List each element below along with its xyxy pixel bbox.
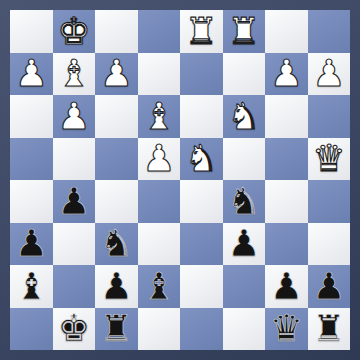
square-e1[interactable] bbox=[180, 308, 223, 351]
piece-black-pawn[interactable]: ♟ bbox=[227, 225, 260, 262]
square-c6[interactable] bbox=[95, 95, 138, 138]
square-g7[interactable]: ♟ bbox=[265, 53, 308, 96]
square-b7[interactable]: ♝ bbox=[53, 53, 96, 96]
piece-white-bishop[interactable]: ♝ bbox=[57, 55, 90, 92]
square-c7[interactable]: ♟ bbox=[95, 53, 138, 96]
square-a1[interactable] bbox=[10, 308, 53, 351]
square-f6[interactable]: ♞ bbox=[223, 95, 266, 138]
square-h7[interactable]: ♟ bbox=[308, 53, 351, 96]
square-e7[interactable] bbox=[180, 53, 223, 96]
piece-white-pawn[interactable]: ♟ bbox=[312, 55, 345, 92]
square-b4[interactable]: ♟ bbox=[53, 180, 96, 223]
square-h4[interactable] bbox=[308, 180, 351, 223]
piece-black-pawn[interactable]: ♟ bbox=[57, 183, 90, 220]
square-d2[interactable]: ♝ bbox=[138, 265, 181, 308]
square-a4[interactable] bbox=[10, 180, 53, 223]
piece-white-queen[interactable]: ♛ bbox=[312, 140, 345, 177]
square-a5[interactable] bbox=[10, 138, 53, 181]
piece-white-pawn[interactable]: ♟ bbox=[100, 55, 133, 92]
piece-black-bishop[interactable]: ♝ bbox=[142, 268, 175, 305]
square-b2[interactable] bbox=[53, 265, 96, 308]
square-c8[interactable] bbox=[95, 10, 138, 53]
piece-white-knight[interactable]: ♞ bbox=[227, 98, 260, 135]
piece-black-rook[interactable]: ♜ bbox=[312, 310, 345, 347]
square-d5[interactable]: ♟ bbox=[138, 138, 181, 181]
square-g5[interactable] bbox=[265, 138, 308, 181]
square-h8[interactable] bbox=[308, 10, 351, 53]
square-d6[interactable]: ♝ bbox=[138, 95, 181, 138]
square-a6[interactable] bbox=[10, 95, 53, 138]
piece-white-pawn[interactable]: ♟ bbox=[270, 55, 303, 92]
piece-white-knight[interactable]: ♞ bbox=[185, 140, 218, 177]
square-b8[interactable]: ♚ bbox=[53, 10, 96, 53]
square-e3[interactable] bbox=[180, 223, 223, 266]
piece-black-knight[interactable]: ♞ bbox=[100, 225, 133, 262]
square-f5[interactable] bbox=[223, 138, 266, 181]
square-a2[interactable]: ♝ bbox=[10, 265, 53, 308]
square-g4[interactable] bbox=[265, 180, 308, 223]
piece-black-pawn[interactable]: ♟ bbox=[270, 268, 303, 305]
piece-white-pawn[interactable]: ♟ bbox=[57, 98, 90, 135]
square-c1[interactable]: ♜ bbox=[95, 308, 138, 351]
square-e2[interactable] bbox=[180, 265, 223, 308]
board-frame: ♚♜♜♟♝♟♟♟♟♝♞♟♞♛♟♞♟♞♟♝♟♝♟♟♚♜♛♜ bbox=[0, 0, 360, 360]
piece-white-pawn[interactable]: ♟ bbox=[15, 55, 48, 92]
square-g3[interactable] bbox=[265, 223, 308, 266]
piece-white-king[interactable]: ♚ bbox=[57, 13, 90, 50]
square-h5[interactable]: ♛ bbox=[308, 138, 351, 181]
chess-board: ♚♜♜♟♝♟♟♟♟♝♞♟♞♛♟♞♟♞♟♝♟♝♟♟♚♜♛♜ bbox=[10, 10, 350, 350]
piece-black-pawn[interactable]: ♟ bbox=[15, 225, 48, 262]
square-b3[interactable] bbox=[53, 223, 96, 266]
square-f4[interactable]: ♞ bbox=[223, 180, 266, 223]
square-g1[interactable]: ♛ bbox=[265, 308, 308, 351]
square-a7[interactable]: ♟ bbox=[10, 53, 53, 96]
square-c2[interactable]: ♟ bbox=[95, 265, 138, 308]
piece-black-knight[interactable]: ♞ bbox=[227, 183, 260, 220]
square-f7[interactable] bbox=[223, 53, 266, 96]
square-d1[interactable] bbox=[138, 308, 181, 351]
square-e4[interactable] bbox=[180, 180, 223, 223]
square-h6[interactable] bbox=[308, 95, 351, 138]
square-h2[interactable]: ♟ bbox=[308, 265, 351, 308]
square-d3[interactable] bbox=[138, 223, 181, 266]
piece-black-pawn[interactable]: ♟ bbox=[312, 268, 345, 305]
square-g6[interactable] bbox=[265, 95, 308, 138]
piece-white-bishop[interactable]: ♝ bbox=[142, 98, 175, 135]
piece-white-rook[interactable]: ♜ bbox=[227, 13, 260, 50]
square-a8[interactable] bbox=[10, 10, 53, 53]
square-b1[interactable]: ♚ bbox=[53, 308, 96, 351]
square-c3[interactable]: ♞ bbox=[95, 223, 138, 266]
square-c5[interactable] bbox=[95, 138, 138, 181]
square-g2[interactable]: ♟ bbox=[265, 265, 308, 308]
square-e6[interactable] bbox=[180, 95, 223, 138]
square-a3[interactable]: ♟ bbox=[10, 223, 53, 266]
piece-white-pawn[interactable]: ♟ bbox=[142, 140, 175, 177]
square-f2[interactable] bbox=[223, 265, 266, 308]
square-d4[interactable] bbox=[138, 180, 181, 223]
square-b5[interactable] bbox=[53, 138, 96, 181]
piece-black-king[interactable]: ♚ bbox=[57, 310, 90, 347]
piece-black-pawn[interactable]: ♟ bbox=[100, 268, 133, 305]
piece-black-rook[interactable]: ♜ bbox=[100, 310, 133, 347]
square-b6[interactable]: ♟ bbox=[53, 95, 96, 138]
square-h3[interactable] bbox=[308, 223, 351, 266]
piece-black-queen[interactable]: ♛ bbox=[270, 310, 303, 347]
square-d8[interactable] bbox=[138, 10, 181, 53]
square-d7[interactable] bbox=[138, 53, 181, 96]
square-e5[interactable]: ♞ bbox=[180, 138, 223, 181]
square-f3[interactable]: ♟ bbox=[223, 223, 266, 266]
square-e8[interactable]: ♜ bbox=[180, 10, 223, 53]
square-h1[interactable]: ♜ bbox=[308, 308, 351, 351]
square-f1[interactable] bbox=[223, 308, 266, 351]
square-c4[interactable] bbox=[95, 180, 138, 223]
piece-black-bishop[interactable]: ♝ bbox=[15, 268, 48, 305]
square-g8[interactable] bbox=[265, 10, 308, 53]
square-f8[interactable]: ♜ bbox=[223, 10, 266, 53]
piece-white-rook[interactable]: ♜ bbox=[185, 13, 218, 50]
